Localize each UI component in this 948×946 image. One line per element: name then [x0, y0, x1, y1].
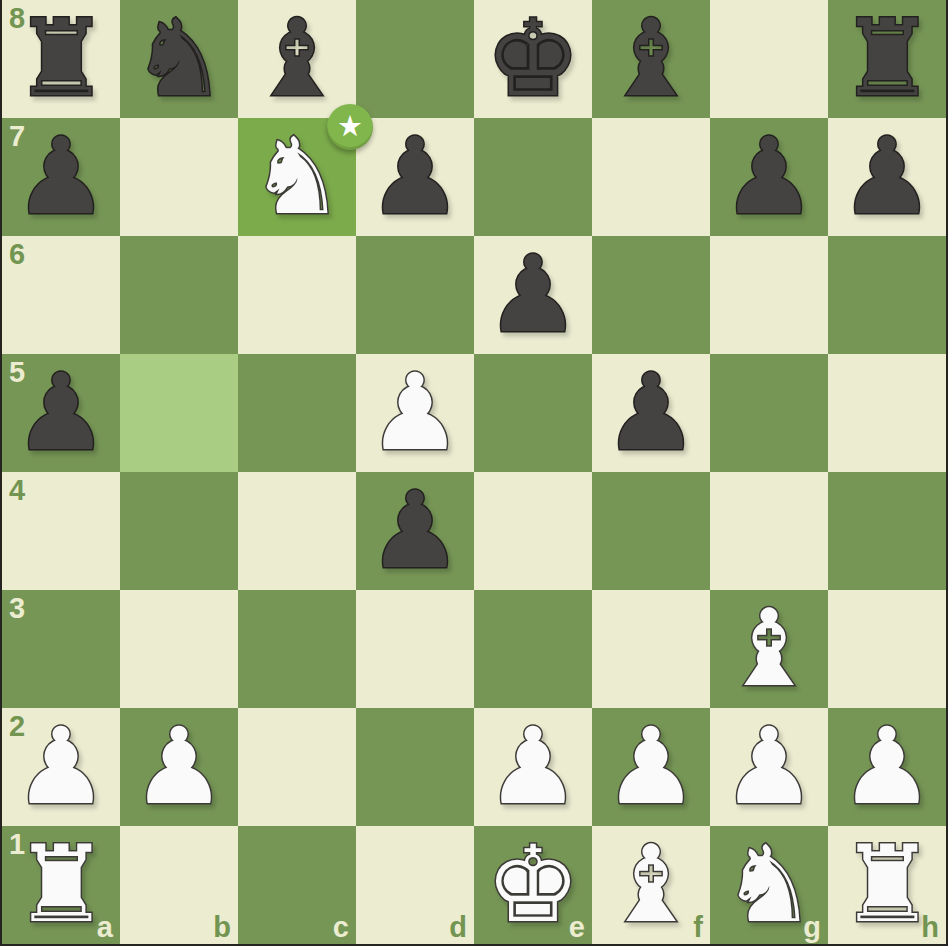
- square-b3[interactable]: [120, 590, 238, 708]
- white-pawn-piece[interactable]: ♟: [839, 708, 934, 826]
- square-e4[interactable]: [474, 472, 592, 590]
- chess-board: ★ 8♜♞♝♚♝♜7♟♞♟♟♟6♟5♟♟♟4♟3♝2♟♟♟♟♟♟1a♜bcde♚…: [2, 0, 946, 944]
- square-b8[interactable]: ♞: [120, 0, 238, 118]
- white-pawn-piece[interactable]: ♟: [131, 708, 226, 826]
- square-h5[interactable]: [828, 354, 946, 472]
- square-g4[interactable]: [710, 472, 828, 590]
- square-f5[interactable]: ♟: [592, 354, 710, 472]
- black-pawn-piece[interactable]: ♟: [603, 354, 698, 472]
- square-b6[interactable]: [120, 236, 238, 354]
- black-pawn-piece[interactable]: ♟: [367, 118, 462, 236]
- black-rook-piece[interactable]: ♜: [839, 0, 934, 118]
- square-a8[interactable]: 8♜: [2, 0, 120, 118]
- square-e8[interactable]: ♚: [474, 0, 592, 118]
- square-a1[interactable]: 1a♜: [2, 826, 120, 944]
- square-f4[interactable]: [592, 472, 710, 590]
- square-a2[interactable]: 2♟: [2, 708, 120, 826]
- square-f2[interactable]: ♟: [592, 708, 710, 826]
- square-e6[interactable]: ♟: [474, 236, 592, 354]
- square-c1[interactable]: c: [238, 826, 356, 944]
- black-pawn-piece[interactable]: ♟: [485, 236, 580, 354]
- square-a6[interactable]: 6: [2, 236, 120, 354]
- square-c3[interactable]: [238, 590, 356, 708]
- star-icon: ★: [337, 103, 363, 149]
- square-c2[interactable]: [238, 708, 356, 826]
- square-d8[interactable]: [356, 0, 474, 118]
- square-f3[interactable]: [592, 590, 710, 708]
- square-f6[interactable]: [592, 236, 710, 354]
- white-pawn-piece[interactable]: ♟: [13, 708, 108, 826]
- square-h4[interactable]: [828, 472, 946, 590]
- square-d3[interactable]: [356, 590, 474, 708]
- square-h2[interactable]: ♟: [828, 708, 946, 826]
- file-label-d: d: [449, 911, 467, 944]
- square-e7[interactable]: [474, 118, 592, 236]
- square-a5[interactable]: 5♟: [2, 354, 120, 472]
- square-g5[interactable]: [710, 354, 828, 472]
- square-e1[interactable]: e♚: [474, 826, 592, 944]
- square-g1[interactable]: g♞: [710, 826, 828, 944]
- rank-label-3: 3: [9, 592, 25, 625]
- square-g8[interactable]: [710, 0, 828, 118]
- square-e5[interactable]: [474, 354, 592, 472]
- best-move-badge: ★: [327, 104, 373, 150]
- square-g6[interactable]: [710, 236, 828, 354]
- square-b2[interactable]: ♟: [120, 708, 238, 826]
- square-g3[interactable]: ♝: [710, 590, 828, 708]
- square-h1[interactable]: h♜: [828, 826, 946, 944]
- black-pawn-piece[interactable]: ♟: [13, 354, 108, 472]
- white-rook-piece[interactable]: ♜: [13, 826, 108, 944]
- square-g2[interactable]: ♟: [710, 708, 828, 826]
- rank-label-6: 6: [9, 238, 25, 271]
- square-d4[interactable]: ♟: [356, 472, 474, 590]
- square-e2[interactable]: ♟: [474, 708, 592, 826]
- white-bishop-piece[interactable]: ♝: [721, 590, 816, 708]
- square-f1[interactable]: f♝: [592, 826, 710, 944]
- square-d6[interactable]: [356, 236, 474, 354]
- square-c6[interactable]: [238, 236, 356, 354]
- white-pawn-piece[interactable]: ♟: [721, 708, 816, 826]
- square-h6[interactable]: [828, 236, 946, 354]
- black-pawn-piece[interactable]: ♟: [721, 118, 816, 236]
- square-h7[interactable]: ♟: [828, 118, 946, 236]
- square-b1[interactable]: b: [120, 826, 238, 944]
- square-g7[interactable]: ♟: [710, 118, 828, 236]
- square-h8[interactable]: ♜: [828, 0, 946, 118]
- square-a3[interactable]: 3: [2, 590, 120, 708]
- square-d1[interactable]: d: [356, 826, 474, 944]
- square-b4[interactable]: [120, 472, 238, 590]
- black-rook-piece[interactable]: ♜: [13, 0, 108, 118]
- square-c5[interactable]: [238, 354, 356, 472]
- white-king-piece[interactable]: ♚: [485, 826, 580, 944]
- black-knight-piece[interactable]: ♞: [131, 0, 226, 118]
- white-pawn-piece[interactable]: ♟: [603, 708, 698, 826]
- square-h3[interactable]: [828, 590, 946, 708]
- black-pawn-piece[interactable]: ♟: [367, 472, 462, 590]
- square-e3[interactable]: [474, 590, 592, 708]
- square-d7[interactable]: ♟: [356, 118, 474, 236]
- square-f8[interactable]: ♝: [592, 0, 710, 118]
- black-king-piece[interactable]: ♚: [485, 0, 580, 118]
- white-bishop-piece[interactable]: ♝: [603, 826, 698, 944]
- square-b7[interactable]: [120, 118, 238, 236]
- square-c4[interactable]: [238, 472, 356, 590]
- black-bishop-piece[interactable]: ♝: [249, 0, 344, 118]
- square-d5[interactable]: ♟: [356, 354, 474, 472]
- file-label-c: c: [333, 911, 349, 944]
- square-b5[interactable]: [120, 354, 238, 472]
- white-pawn-piece[interactable]: ♟: [485, 708, 580, 826]
- white-pawn-piece[interactable]: ♟: [367, 354, 462, 472]
- white-knight-piece[interactable]: ♞: [721, 826, 816, 944]
- square-d2[interactable]: [356, 708, 474, 826]
- rank-label-4: 4: [9, 474, 25, 507]
- square-c8[interactable]: ♝: [238, 0, 356, 118]
- square-f7[interactable]: [592, 118, 710, 236]
- square-a4[interactable]: 4: [2, 472, 120, 590]
- square-a7[interactable]: 7♟: [2, 118, 120, 236]
- file-label-b: b: [213, 911, 231, 944]
- black-pawn-piece[interactable]: ♟: [839, 118, 934, 236]
- white-rook-piece[interactable]: ♜: [839, 826, 934, 944]
- black-pawn-piece[interactable]: ♟: [13, 118, 108, 236]
- black-bishop-piece[interactable]: ♝: [603, 0, 698, 118]
